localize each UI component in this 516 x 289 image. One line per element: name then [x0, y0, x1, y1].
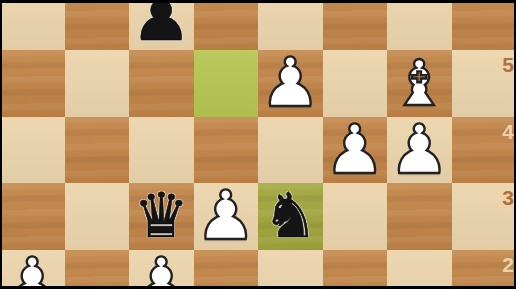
square-e4[interactable]	[258, 117, 323, 184]
square-d3[interactable]: ♟	[194, 183, 259, 250]
white-pawn-e5[interactable]: ♟	[260, 49, 321, 117]
square-b4[interactable]	[65, 117, 130, 184]
white-bishop-g5[interactable]: ♝	[391, 52, 447, 115]
video-frame: ♟♟♝♟♟♛♟♞♟♟ 5432	[0, 0, 516, 289]
square-b5[interactable]	[65, 50, 130, 117]
white-pawn-a2[interactable]: ♟	[2, 249, 63, 289]
square-d5[interactable]	[194, 50, 259, 117]
black-knight-e3[interactable]: ♞	[262, 185, 318, 247]
square-c5[interactable]	[129, 50, 194, 117]
square-a5[interactable]	[0, 50, 65, 117]
square-e5[interactable]: ♟	[258, 50, 323, 117]
square-g4[interactable]: ♟	[387, 117, 452, 184]
square-d6[interactable]	[194, 0, 259, 50]
black-pawn-c6[interactable]: ♟	[131, 0, 192, 51]
rank-label-3: 3	[502, 187, 514, 208]
square-d2[interactable]	[194, 250, 259, 289]
square-g2[interactable]	[387, 250, 452, 289]
square-b6[interactable]	[65, 0, 130, 50]
square-e3[interactable]: ♞	[258, 183, 323, 250]
square-a6[interactable]	[0, 0, 65, 50]
black-queen-c3[interactable]: ♛	[133, 185, 189, 247]
square-b2[interactable]	[65, 250, 130, 289]
square-f5[interactable]	[323, 50, 388, 117]
white-pawn-d3[interactable]: ♟	[195, 182, 256, 250]
square-c3[interactable]: ♛	[129, 183, 194, 250]
square-b3[interactable]	[65, 183, 130, 250]
square-g5[interactable]: ♝	[387, 50, 452, 117]
square-f3[interactable]	[323, 183, 388, 250]
rank-label-5: 5	[502, 54, 514, 75]
square-g6[interactable]	[387, 0, 452, 50]
rank-label-4: 4	[502, 121, 514, 142]
square-e2[interactable]	[258, 250, 323, 289]
chess-board: ♟♟♝♟♟♛♟♞♟♟	[0, 0, 516, 289]
white-pawn-g4[interactable]: ♟	[389, 116, 450, 184]
square-f4[interactable]: ♟	[323, 117, 388, 184]
square-c2[interactable]: ♟	[129, 250, 194, 289]
square-a3[interactable]	[0, 183, 65, 250]
square-d4[interactable]	[194, 117, 259, 184]
square-a4[interactable]	[0, 117, 65, 184]
white-pawn-c2[interactable]: ♟	[131, 249, 192, 289]
rank-label-2: 2	[502, 254, 514, 275]
square-h6[interactable]	[452, 0, 516, 50]
square-c4[interactable]	[129, 117, 194, 184]
square-f6[interactable]	[323, 0, 388, 50]
square-c6[interactable]: ♟	[129, 0, 194, 50]
square-a2[interactable]: ♟	[0, 250, 65, 289]
square-f2[interactable]	[323, 250, 388, 289]
square-g3[interactable]	[387, 183, 452, 250]
white-pawn-f4[interactable]: ♟	[324, 116, 385, 184]
